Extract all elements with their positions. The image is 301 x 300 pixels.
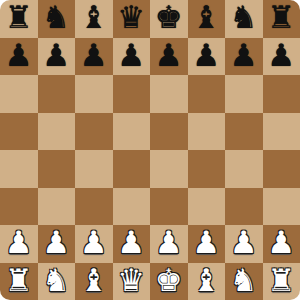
square-e6[interactable] xyxy=(150,75,188,113)
square-f5[interactable] xyxy=(188,113,226,151)
square-a4[interactable] xyxy=(0,150,38,188)
square-h3[interactable] xyxy=(263,188,301,226)
square-c2[interactable]: ♟ xyxy=(75,225,113,263)
chess-board-container: ♜♞♝♛♚♝♞♜♟♟♟♟♟♟♟♟♟♟♟♟♟♟♟♟♜♞♝♛♚♝♞♜ xyxy=(0,0,300,300)
square-b8[interactable]: ♞ xyxy=(38,0,76,38)
white-rook[interactable]: ♜ xyxy=(267,265,295,296)
square-d6[interactable] xyxy=(113,75,151,113)
black-pawn[interactable]: ♟ xyxy=(80,40,108,71)
white-pawn[interactable]: ♟ xyxy=(230,227,258,258)
black-bishop[interactable]: ♝ xyxy=(192,2,220,33)
square-h8[interactable]: ♜ xyxy=(263,0,301,38)
square-e4[interactable] xyxy=(150,150,188,188)
black-pawn[interactable]: ♟ xyxy=(192,40,220,71)
black-queen[interactable]: ♛ xyxy=(117,2,145,33)
white-pawn[interactable]: ♟ xyxy=(117,227,145,258)
square-c8[interactable]: ♝ xyxy=(75,0,113,38)
black-bishop[interactable]: ♝ xyxy=(80,2,108,33)
black-king[interactable]: ♚ xyxy=(155,2,183,33)
white-pawn[interactable]: ♟ xyxy=(267,227,295,258)
square-c3[interactable] xyxy=(75,188,113,226)
white-bishop[interactable]: ♝ xyxy=(80,265,108,296)
black-pawn[interactable]: ♟ xyxy=(155,40,183,71)
white-king[interactable]: ♚ xyxy=(155,265,183,296)
square-h6[interactable] xyxy=(263,75,301,113)
square-b1[interactable]: ♞ xyxy=(38,263,76,300)
square-g6[interactable] xyxy=(225,75,263,113)
square-a2[interactable]: ♟ xyxy=(0,225,38,263)
square-a8[interactable]: ♜ xyxy=(0,0,38,38)
square-a5[interactable] xyxy=(0,113,38,151)
black-knight[interactable]: ♞ xyxy=(42,2,70,33)
square-g4[interactable] xyxy=(225,150,263,188)
black-pawn[interactable]: ♟ xyxy=(230,40,258,71)
square-d3[interactable] xyxy=(113,188,151,226)
square-a7[interactable]: ♟ xyxy=(0,38,38,76)
square-e2[interactable]: ♟ xyxy=(150,225,188,263)
square-c6[interactable] xyxy=(75,75,113,113)
square-c5[interactable] xyxy=(75,113,113,151)
white-queen[interactable]: ♛ xyxy=(117,265,145,296)
white-rook[interactable]: ♜ xyxy=(5,265,33,296)
square-g7[interactable]: ♟ xyxy=(225,38,263,76)
white-pawn[interactable]: ♟ xyxy=(155,227,183,258)
black-knight[interactable]: ♞ xyxy=(230,2,258,33)
black-rook[interactable]: ♜ xyxy=(5,2,33,33)
square-a1[interactable]: ♜ xyxy=(0,263,38,300)
black-pawn[interactable]: ♟ xyxy=(267,40,295,71)
white-bishop[interactable]: ♝ xyxy=(192,265,220,296)
square-f3[interactable] xyxy=(188,188,226,226)
square-e8[interactable]: ♚ xyxy=(150,0,188,38)
white-pawn[interactable]: ♟ xyxy=(80,227,108,258)
square-b3[interactable] xyxy=(38,188,76,226)
black-pawn[interactable]: ♟ xyxy=(5,40,33,71)
white-pawn[interactable]: ♟ xyxy=(192,227,220,258)
square-g1[interactable]: ♞ xyxy=(225,263,263,300)
square-b4[interactable] xyxy=(38,150,76,188)
square-c1[interactable]: ♝ xyxy=(75,263,113,300)
square-b2[interactable]: ♟ xyxy=(38,225,76,263)
square-f7[interactable]: ♟ xyxy=(188,38,226,76)
square-f8[interactable]: ♝ xyxy=(188,0,226,38)
square-g8[interactable]: ♞ xyxy=(225,0,263,38)
square-h5[interactable] xyxy=(263,113,301,151)
square-a6[interactable] xyxy=(0,75,38,113)
square-d5[interactable] xyxy=(113,113,151,151)
square-e3[interactable] xyxy=(150,188,188,226)
square-f6[interactable] xyxy=(188,75,226,113)
square-f2[interactable]: ♟ xyxy=(188,225,226,263)
square-g5[interactable] xyxy=(225,113,263,151)
black-rook[interactable]: ♜ xyxy=(267,2,295,33)
square-a3[interactable] xyxy=(0,188,38,226)
square-b6[interactable] xyxy=(38,75,76,113)
square-h1[interactable]: ♜ xyxy=(263,263,301,300)
square-h7[interactable]: ♟ xyxy=(263,38,301,76)
white-pawn[interactable]: ♟ xyxy=(42,227,70,258)
white-knight[interactable]: ♞ xyxy=(42,265,70,296)
square-h4[interactable] xyxy=(263,150,301,188)
square-b7[interactable]: ♟ xyxy=(38,38,76,76)
square-g3[interactable] xyxy=(225,188,263,226)
square-d4[interactable] xyxy=(113,150,151,188)
square-e1[interactable]: ♚ xyxy=(150,263,188,300)
square-d8[interactable]: ♛ xyxy=(113,0,151,38)
black-pawn[interactable]: ♟ xyxy=(117,40,145,71)
white-pawn[interactable]: ♟ xyxy=(5,227,33,258)
square-f4[interactable] xyxy=(188,150,226,188)
square-e5[interactable] xyxy=(150,113,188,151)
square-e7[interactable]: ♟ xyxy=(150,38,188,76)
square-g2[interactable]: ♟ xyxy=(225,225,263,263)
square-h2[interactable]: ♟ xyxy=(263,225,301,263)
chess-board: ♜♞♝♛♚♝♞♜♟♟♟♟♟♟♟♟♟♟♟♟♟♟♟♟♜♞♝♛♚♝♞♜ xyxy=(0,0,300,300)
black-pawn[interactable]: ♟ xyxy=(42,40,70,71)
square-c7[interactable]: ♟ xyxy=(75,38,113,76)
square-d1[interactable]: ♛ xyxy=(113,263,151,300)
square-b5[interactable] xyxy=(38,113,76,151)
square-d2[interactable]: ♟ xyxy=(113,225,151,263)
square-d7[interactable]: ♟ xyxy=(113,38,151,76)
white-knight[interactable]: ♞ xyxy=(230,265,258,296)
square-f1[interactable]: ♝ xyxy=(188,263,226,300)
square-c4[interactable] xyxy=(75,150,113,188)
